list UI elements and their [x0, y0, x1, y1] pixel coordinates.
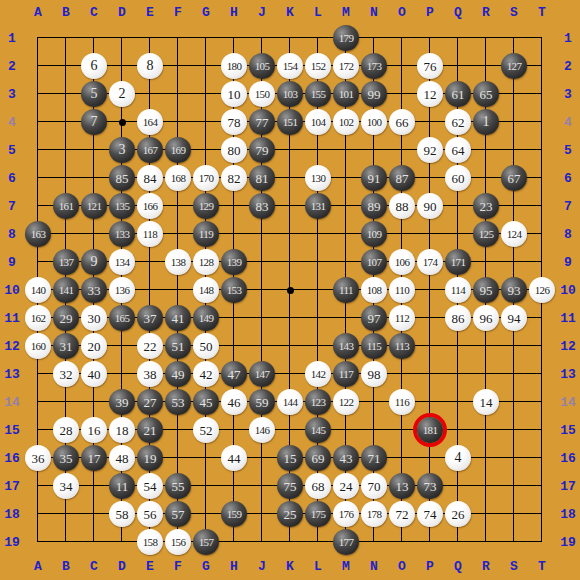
stone-F12[interactable]: 51 — [165, 333, 191, 359]
stone-D3[interactable]: 2 — [109, 81, 135, 107]
stone-M10[interactable]: 111 — [333, 277, 359, 303]
stone-M4[interactable]: 102 — [333, 109, 359, 135]
move-number: 90 — [424, 200, 437, 213]
move-number: 62 — [452, 116, 465, 129]
move-number: 169 — [171, 145, 186, 156]
move-number: 47 — [228, 368, 241, 381]
stone-N16[interactable]: 71 — [361, 445, 387, 471]
stone-S11[interactable]: 94 — [501, 305, 527, 331]
row-label-6: 6 — [0, 164, 24, 192]
stone-H13[interactable]: 47 — [221, 361, 247, 387]
stone-J3[interactable]: 150 — [249, 81, 275, 107]
move-number: 151 — [283, 117, 298, 128]
move-number: 26 — [452, 508, 465, 521]
stone-M12[interactable]: 143 — [333, 333, 359, 359]
stone-O4[interactable]: 66 — [389, 109, 415, 135]
hoshi-point-K10 — [287, 287, 294, 294]
stone-E18[interactable]: 56 — [137, 501, 163, 527]
stone-D10[interactable]: 136 — [109, 277, 135, 303]
stone-O12[interactable]: 113 — [389, 333, 415, 359]
move-number: 79 — [256, 144, 269, 157]
stone-G12[interactable]: 50 — [193, 333, 219, 359]
stone-J15[interactable]: 146 — [249, 417, 275, 443]
move-number: 123 — [311, 397, 326, 408]
move-number: 122 — [339, 397, 354, 408]
stone-L15[interactable]: 145 — [305, 417, 331, 443]
stone-H18[interactable]: 159 — [221, 501, 247, 527]
stone-A10[interactable]: 140 — [25, 277, 51, 303]
col-label-G: G — [192, 552, 220, 580]
move-number: 115 — [367, 341, 381, 352]
stone-B10[interactable]: 141 — [53, 277, 79, 303]
stone-N13[interactable]: 98 — [361, 361, 387, 387]
stone-H5[interactable]: 80 — [221, 137, 247, 163]
move-number: 84 — [144, 172, 157, 185]
stone-R7[interactable]: 23 — [473, 193, 499, 219]
stone-M13[interactable]: 117 — [333, 361, 359, 387]
stone-B13[interactable]: 32 — [53, 361, 79, 387]
stone-N3[interactable]: 99 — [361, 81, 387, 107]
move-number: 27 — [144, 396, 157, 409]
stone-C15[interactable]: 16 — [81, 417, 107, 443]
stone-D16[interactable]: 48 — [109, 445, 135, 471]
move-number: 166 — [143, 201, 158, 212]
col-label-F: F — [164, 0, 192, 24]
move-number: 85 — [116, 172, 129, 185]
stone-H2[interactable]: 180 — [221, 53, 247, 79]
move-number: 137 — [59, 257, 74, 268]
stone-C11[interactable]: 30 — [81, 305, 107, 331]
move-number: 46 — [228, 396, 241, 409]
stone-G9[interactable]: 128 — [193, 249, 219, 275]
stone-R8[interactable]: 125 — [473, 221, 499, 247]
move-number: 56 — [144, 508, 157, 521]
col-label-P: P — [416, 0, 444, 24]
col-label-L: L — [304, 552, 332, 580]
move-number: 30 — [88, 312, 101, 325]
row-label-1: 1 — [0, 24, 24, 52]
stone-P7[interactable]: 90 — [417, 193, 443, 219]
stone-O14[interactable]: 116 — [389, 389, 415, 415]
move-number: 41 — [172, 312, 185, 325]
stone-L2[interactable]: 152 — [305, 53, 331, 79]
stone-O10[interactable]: 110 — [389, 277, 415, 303]
stone-K14[interactable]: 144 — [277, 389, 303, 415]
stone-R3[interactable]: 65 — [473, 81, 499, 107]
stone-H14[interactable]: 46 — [221, 389, 247, 415]
stone-E6[interactable]: 84 — [137, 165, 163, 191]
stone-O18[interactable]: 72 — [389, 501, 415, 527]
stone-K17[interactable]: 75 — [277, 473, 303, 499]
stone-M14[interactable]: 122 — [333, 389, 359, 415]
stone-N17[interactable]: 70 — [361, 473, 387, 499]
stone-K2[interactable]: 154 — [277, 53, 303, 79]
move-number: 139 — [227, 257, 242, 268]
move-number: 164 — [143, 117, 158, 128]
stone-B16[interactable]: 35 — [53, 445, 79, 471]
stone-D14[interactable]: 39 — [109, 389, 135, 415]
stone-M17[interactable]: 24 — [333, 473, 359, 499]
stone-R4[interactable]: 1 — [473, 109, 499, 135]
move-number: 165 — [115, 313, 130, 324]
stone-E12[interactable]: 22 — [137, 333, 163, 359]
stone-N4[interactable]: 100 — [361, 109, 387, 135]
stone-C4[interactable]: 7 — [81, 109, 107, 135]
stone-G7[interactable]: 129 — [193, 193, 219, 219]
stone-J4[interactable]: 77 — [249, 109, 275, 135]
stone-L16[interactable]: 69 — [305, 445, 331, 471]
stone-M16[interactable]: 43 — [333, 445, 359, 471]
stone-S2[interactable]: 127 — [501, 53, 527, 79]
stone-N2[interactable]: 173 — [361, 53, 387, 79]
stone-B9[interactable]: 137 — [53, 249, 79, 275]
move-number: 176 — [339, 509, 354, 520]
stone-E13[interactable]: 38 — [137, 361, 163, 387]
row-label-15: 15 — [556, 416, 580, 444]
stone-N7[interactable]: 89 — [361, 193, 387, 219]
stone-J2[interactable]: 105 — [249, 53, 275, 79]
stone-L3[interactable]: 155 — [305, 81, 331, 107]
stone-H10[interactable]: 153 — [221, 277, 247, 303]
move-number: 126 — [535, 285, 550, 296]
move-number: 35 — [60, 452, 73, 465]
stone-H9[interactable]: 139 — [221, 249, 247, 275]
stone-L4[interactable]: 104 — [305, 109, 331, 135]
move-number: 170 — [199, 173, 214, 184]
stone-G10[interactable]: 148 — [193, 277, 219, 303]
move-number: 73 — [424, 480, 437, 493]
stone-Q5[interactable]: 64 — [445, 137, 471, 163]
move-number: 112 — [395, 313, 409, 324]
move-number: 110 — [395, 285, 409, 296]
stone-J6[interactable]: 81 — [249, 165, 275, 191]
stone-C2[interactable]: 6 — [81, 53, 107, 79]
stone-M2[interactable]: 172 — [333, 53, 359, 79]
stone-H3[interactable]: 10 — [221, 81, 247, 107]
stone-R10[interactable]: 95 — [473, 277, 499, 303]
stone-B12[interactable]: 31 — [53, 333, 79, 359]
stone-C9[interactable]: 9 — [81, 249, 107, 275]
stone-K18[interactable]: 25 — [277, 501, 303, 527]
move-number: 74 — [424, 508, 437, 521]
stone-P9[interactable]: 174 — [417, 249, 443, 275]
stone-L7[interactable]: 131 — [305, 193, 331, 219]
stone-Q9[interactable]: 171 — [445, 249, 471, 275]
col-label-O: O — [388, 0, 416, 24]
move-number: 31 — [60, 340, 73, 353]
move-number: 98 — [368, 368, 381, 381]
move-number: 92 — [424, 144, 437, 157]
stone-S10[interactable]: 93 — [501, 277, 527, 303]
stone-F13[interactable]: 49 — [165, 361, 191, 387]
move-number: 66 — [396, 116, 409, 129]
move-number: 54 — [144, 480, 157, 493]
stone-F11[interactable]: 41 — [165, 305, 191, 331]
stone-C7[interactable]: 121 — [81, 193, 107, 219]
stone-L17[interactable]: 68 — [305, 473, 331, 499]
stone-N18[interactable]: 178 — [361, 501, 387, 527]
stone-G8[interactable]: 119 — [193, 221, 219, 247]
stone-E17[interactable]: 54 — [137, 473, 163, 499]
move-number: 17 — [88, 452, 101, 465]
col-label-N: N — [360, 0, 388, 24]
move-number: 32 — [60, 368, 73, 381]
stone-E8[interactable]: 118 — [137, 221, 163, 247]
col-label-F: F — [164, 552, 192, 580]
stone-L6[interactable]: 130 — [305, 165, 331, 191]
stone-Q16[interactable]: 4 — [445, 445, 471, 471]
stone-E16[interactable]: 19 — [137, 445, 163, 471]
move-number: 124 — [507, 229, 522, 240]
move-number: 50 — [200, 340, 213, 353]
col-label-N: N — [360, 552, 388, 580]
stone-N8[interactable]: 109 — [361, 221, 387, 247]
stone-S8[interactable]: 124 — [501, 221, 527, 247]
move-number: 107 — [367, 257, 382, 268]
stone-D9[interactable]: 134 — [109, 249, 135, 275]
stone-P3[interactable]: 12 — [417, 81, 443, 107]
move-number: 100 — [367, 117, 382, 128]
stone-D17[interactable]: 11 — [109, 473, 135, 499]
row-label-4: 4 — [0, 108, 24, 136]
stone-E5[interactable]: 167 — [137, 137, 163, 163]
stone-E19[interactable]: 158 — [137, 529, 163, 555]
col-label-M: M — [332, 0, 360, 24]
stone-P17[interactable]: 73 — [417, 473, 443, 499]
stone-A12[interactable]: 160 — [25, 333, 51, 359]
move-number: 156 — [171, 537, 186, 548]
stone-D11[interactable]: 165 — [109, 305, 135, 331]
stone-D7[interactable]: 135 — [109, 193, 135, 219]
stone-M1[interactable]: 179 — [333, 25, 359, 51]
row-label-12: 12 — [0, 332, 24, 360]
move-number: 40 — [88, 368, 101, 381]
stone-O7[interactable]: 88 — [389, 193, 415, 219]
move-number: 128 — [199, 257, 214, 268]
stone-O17[interactable]: 13 — [389, 473, 415, 499]
move-number: 143 — [339, 341, 354, 352]
stone-B7[interactable]: 161 — [53, 193, 79, 219]
stone-C12[interactable]: 20 — [81, 333, 107, 359]
move-number: 178 — [367, 509, 382, 520]
move-number: 75 — [284, 480, 297, 493]
go-board[interactable]: 1234567891011121314151617181920212223242… — [24, 24, 556, 556]
col-label-R: R — [472, 0, 500, 24]
row-label-11: 11 — [0, 304, 24, 332]
move-number: 77 — [256, 116, 269, 129]
move-number: 94 — [508, 312, 521, 325]
column-labels-bottom: ABCDEFGHJKLMNOPQRST — [24, 552, 556, 580]
stone-N9[interactable]: 107 — [361, 249, 387, 275]
row-label-9: 9 — [556, 248, 580, 276]
row-label-8: 8 — [556, 220, 580, 248]
stone-O6[interactable]: 87 — [389, 165, 415, 191]
stone-P15-last-move[interactable]: 181 — [417, 417, 443, 443]
stone-J13[interactable]: 147 — [249, 361, 275, 387]
move-number: 7 — [91, 115, 98, 129]
stone-F14[interactable]: 53 — [165, 389, 191, 415]
stone-Q10[interactable]: 114 — [445, 277, 471, 303]
stone-J5[interactable]: 79 — [249, 137, 275, 163]
stone-C3[interactable]: 5 — [81, 81, 107, 107]
move-number: 108 — [367, 285, 382, 296]
stone-S6[interactable]: 67 — [501, 165, 527, 191]
move-number: 157 — [199, 537, 214, 548]
row-label-9: 9 — [0, 248, 24, 276]
col-label-J: J — [248, 552, 276, 580]
stone-N12[interactable]: 115 — [361, 333, 387, 359]
stone-P2[interactable]: 76 — [417, 53, 443, 79]
move-number: 89 — [368, 200, 381, 213]
stone-F6[interactable]: 168 — [165, 165, 191, 191]
row-label-7: 7 — [0, 192, 24, 220]
col-label-P: P — [416, 552, 444, 580]
stone-O9[interactable]: 106 — [389, 249, 415, 275]
stone-B17[interactable]: 34 — [53, 473, 79, 499]
stone-Q3[interactable]: 61 — [445, 81, 471, 107]
move-number: 142 — [311, 369, 326, 380]
stone-M18[interactable]: 176 — [333, 501, 359, 527]
stone-D5[interactable]: 3 — [109, 137, 135, 163]
stone-Q18[interactable]: 26 — [445, 501, 471, 527]
stone-J14[interactable]: 59 — [249, 389, 275, 415]
move-number: 174 — [423, 257, 438, 268]
move-number: 33 — [88, 284, 101, 297]
stone-A11[interactable]: 162 — [25, 305, 51, 331]
move-number: 109 — [367, 229, 382, 240]
stone-L14[interactable]: 123 — [305, 389, 331, 415]
stone-P5[interactable]: 92 — [417, 137, 443, 163]
row-label-5: 5 — [0, 136, 24, 164]
stone-H16[interactable]: 44 — [221, 445, 247, 471]
stone-M3[interactable]: 101 — [333, 81, 359, 107]
move-number: 154 — [283, 61, 298, 72]
stone-C16[interactable]: 17 — [81, 445, 107, 471]
stone-D8[interactable]: 133 — [109, 221, 135, 247]
stone-E15[interactable]: 21 — [137, 417, 163, 443]
move-number: 106 — [395, 257, 410, 268]
stone-N11[interactable]: 97 — [361, 305, 387, 331]
move-number: 114 — [451, 285, 465, 296]
move-number: 173 — [367, 61, 382, 72]
stone-M19[interactable]: 177 — [333, 529, 359, 555]
stone-C13[interactable]: 40 — [81, 361, 107, 387]
stone-F5[interactable]: 169 — [165, 137, 191, 163]
move-number: 167 — [143, 145, 158, 156]
row-label-8: 8 — [0, 220, 24, 248]
stone-E14[interactable]: 27 — [137, 389, 163, 415]
stone-D15[interactable]: 18 — [109, 417, 135, 443]
move-number: 97 — [368, 312, 381, 325]
row-label-1: 1 — [556, 24, 580, 52]
stone-K16[interactable]: 15 — [277, 445, 303, 471]
move-number: 60 — [452, 172, 465, 185]
stone-P18[interactable]: 74 — [417, 501, 443, 527]
col-label-T: T — [528, 552, 556, 580]
stone-G15[interactable]: 52 — [193, 417, 219, 443]
move-number: 111 — [339, 285, 353, 296]
stone-R11[interactable]: 96 — [473, 305, 499, 331]
stone-J7[interactable]: 83 — [249, 193, 275, 219]
move-number: 179 — [339, 33, 354, 44]
move-number: 36 — [32, 452, 45, 465]
move-number: 160 — [31, 341, 46, 352]
move-number: 140 — [31, 285, 46, 296]
stone-A16[interactable]: 36 — [25, 445, 51, 471]
stone-F17[interactable]: 55 — [165, 473, 191, 499]
move-number: 49 — [172, 368, 185, 381]
move-number: 129 — [199, 201, 214, 212]
move-number: 134 — [115, 257, 130, 268]
stone-C10[interactable]: 33 — [81, 277, 107, 303]
col-label-T: T — [528, 0, 556, 24]
stone-E4[interactable]: 164 — [137, 109, 163, 135]
move-number: 64 — [452, 144, 465, 157]
stone-G11[interactable]: 149 — [193, 305, 219, 331]
stone-L18[interactable]: 175 — [305, 501, 331, 527]
stone-B15[interactable]: 28 — [53, 417, 79, 443]
move-number: 10 — [228, 88, 241, 101]
stone-K3[interactable]: 103 — [277, 81, 303, 107]
stone-Q6[interactable]: 60 — [445, 165, 471, 191]
move-number: 95 — [480, 284, 493, 297]
stone-G13[interactable]: 42 — [193, 361, 219, 387]
row-label-10: 10 — [556, 276, 580, 304]
move-number: 2 — [119, 87, 126, 101]
move-number: 141 — [59, 285, 74, 296]
move-number: 25 — [284, 508, 297, 521]
move-number: 76 — [424, 60, 437, 73]
move-number: 72 — [396, 508, 409, 521]
move-number: 149 — [199, 313, 214, 324]
stone-B11[interactable]: 29 — [53, 305, 79, 331]
col-label-K: K — [276, 552, 304, 580]
stone-H4[interactable]: 78 — [221, 109, 247, 135]
stone-T10[interactable]: 126 — [529, 277, 555, 303]
move-number: 69 — [312, 452, 325, 465]
col-label-H: H — [220, 0, 248, 24]
move-number: 71 — [368, 452, 381, 465]
stone-N10[interactable]: 108 — [361, 277, 387, 303]
move-number: 118 — [143, 229, 157, 240]
stone-D18[interactable]: 58 — [109, 501, 135, 527]
stone-R14[interactable]: 14 — [473, 389, 499, 415]
stone-L13[interactable]: 142 — [305, 361, 331, 387]
move-number: 104 — [311, 117, 326, 128]
move-number: 103 — [283, 89, 298, 100]
stone-K4[interactable]: 151 — [277, 109, 303, 135]
stone-O11[interactable]: 112 — [389, 305, 415, 331]
stone-G6[interactable]: 170 — [193, 165, 219, 191]
stone-F9[interactable]: 138 — [165, 249, 191, 275]
stone-A8[interactable]: 163 — [25, 221, 51, 247]
stone-D6[interactable]: 85 — [109, 165, 135, 191]
stone-F19[interactable]: 156 — [165, 529, 191, 555]
stone-F18[interactable]: 57 — [165, 501, 191, 527]
stone-E7[interactable]: 166 — [137, 193, 163, 219]
move-number: 15 — [284, 452, 297, 465]
col-label-C: C — [80, 0, 108, 24]
stone-G14[interactable]: 45 — [193, 389, 219, 415]
stone-Q11[interactable]: 86 — [445, 305, 471, 331]
stone-E11[interactable]: 37 — [137, 305, 163, 331]
row-label-18: 18 — [556, 500, 580, 528]
stone-H6[interactable]: 82 — [221, 165, 247, 191]
stone-G19[interactable]: 157 — [193, 529, 219, 555]
stone-E2[interactable]: 8 — [137, 53, 163, 79]
stone-N6[interactable]: 91 — [361, 165, 387, 191]
stone-Q4[interactable]: 62 — [445, 109, 471, 135]
